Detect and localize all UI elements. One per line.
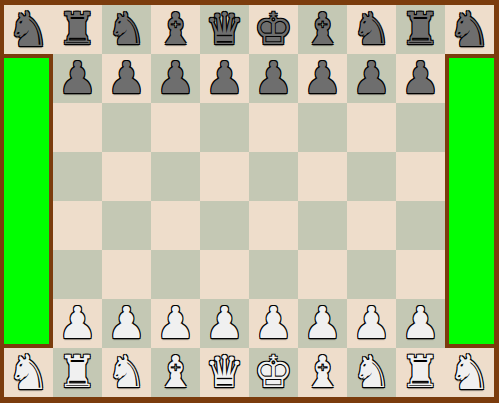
corner-square-top-left: ♞ bbox=[4, 5, 53, 54]
square-d7[interactable]: ♟ bbox=[200, 54, 249, 103]
square-e2[interactable]: ♟ bbox=[249, 299, 298, 348]
square-c8[interactable]: ♝ bbox=[151, 5, 200, 54]
square-c6[interactable] bbox=[151, 103, 200, 152]
square-e1[interactable]: ♚ bbox=[249, 348, 298, 397]
right-green-panel bbox=[445, 201, 494, 250]
square-g5[interactable] bbox=[347, 152, 396, 201]
square-f3[interactable] bbox=[298, 250, 347, 299]
black-pawn-g7[interactable]: ♟ bbox=[352, 56, 391, 100]
square-a2[interactable]: ♟ bbox=[53, 299, 102, 348]
white-knight-b1[interactable]: ♞ bbox=[107, 350, 146, 394]
white-rook-a1[interactable]: ♜ bbox=[58, 350, 97, 394]
white-bishop-c1[interactable]: ♝ bbox=[156, 350, 195, 394]
square-e8[interactable]: ♚ bbox=[249, 5, 298, 54]
square-b7[interactable]: ♟ bbox=[102, 54, 151, 103]
square-e3[interactable] bbox=[249, 250, 298, 299]
square-b4[interactable] bbox=[102, 201, 151, 250]
white-bishop-f1[interactable]: ♝ bbox=[303, 350, 342, 394]
square-a6[interactable] bbox=[53, 103, 102, 152]
square-f7[interactable]: ♟ bbox=[298, 54, 347, 103]
square-c1[interactable]: ♝ bbox=[151, 348, 200, 397]
chess-board: ♞♜♞♝♛♚♝♞♜♞♟♟♟♟♟♟♟♟♟♟♟♟♟♟♟♟♞♜♞♝♛♚♝♞♜♞ bbox=[4, 5, 494, 397]
white-pawn-b2[interactable]: ♟ bbox=[107, 301, 146, 345]
left-green-panel bbox=[4, 201, 53, 250]
square-h5[interactable] bbox=[396, 152, 445, 201]
square-a4[interactable] bbox=[53, 201, 102, 250]
white-knight-bust-icon: ♞ bbox=[448, 348, 491, 396]
square-d5[interactable] bbox=[200, 152, 249, 201]
square-g6[interactable] bbox=[347, 103, 396, 152]
square-h6[interactable] bbox=[396, 103, 445, 152]
square-f4[interactable] bbox=[298, 201, 347, 250]
left-green-panel bbox=[4, 250, 53, 299]
square-d6[interactable] bbox=[200, 103, 249, 152]
black-pawn-c7[interactable]: ♟ bbox=[156, 56, 195, 100]
square-e6[interactable] bbox=[249, 103, 298, 152]
black-pawn-h7[interactable]: ♟ bbox=[401, 56, 440, 100]
square-c3[interactable] bbox=[151, 250, 200, 299]
square-e5[interactable] bbox=[249, 152, 298, 201]
black-pawn-d7[interactable]: ♟ bbox=[205, 56, 244, 100]
square-h4[interactable] bbox=[396, 201, 445, 250]
right-green-panel bbox=[445, 54, 494, 103]
square-g7[interactable]: ♟ bbox=[347, 54, 396, 103]
black-rook-a8[interactable]: ♜ bbox=[58, 7, 97, 51]
black-pawn-b7[interactable]: ♟ bbox=[107, 56, 146, 100]
square-a1[interactable]: ♜ bbox=[53, 348, 102, 397]
black-knight-b8[interactable]: ♞ bbox=[107, 7, 146, 51]
square-b6[interactable] bbox=[102, 103, 151, 152]
square-f5[interactable] bbox=[298, 152, 347, 201]
square-a3[interactable] bbox=[53, 250, 102, 299]
square-d3[interactable] bbox=[200, 250, 249, 299]
square-f8[interactable]: ♝ bbox=[298, 5, 347, 54]
left-green-panel bbox=[4, 54, 53, 103]
square-f6[interactable] bbox=[298, 103, 347, 152]
square-g3[interactable] bbox=[347, 250, 396, 299]
square-d8[interactable]: ♛ bbox=[200, 5, 249, 54]
square-f1[interactable]: ♝ bbox=[298, 348, 347, 397]
square-a5[interactable] bbox=[53, 152, 102, 201]
left-green-panel bbox=[4, 152, 53, 201]
black-pawn-e7[interactable]: ♟ bbox=[254, 56, 293, 100]
right-green-panel bbox=[445, 103, 494, 152]
corner-square-top-right: ♞ bbox=[445, 5, 494, 54]
black-knight-bust-icon: ♞ bbox=[7, 5, 50, 53]
square-e7[interactable]: ♟ bbox=[249, 54, 298, 103]
square-b8[interactable]: ♞ bbox=[102, 5, 151, 54]
square-h2[interactable]: ♟ bbox=[396, 299, 445, 348]
white-pawn-d2[interactable]: ♟ bbox=[205, 301, 244, 345]
square-h3[interactable] bbox=[396, 250, 445, 299]
white-king-e1[interactable]: ♚ bbox=[254, 350, 293, 394]
black-bishop-c8[interactable]: ♝ bbox=[156, 7, 195, 51]
square-e4[interactable] bbox=[249, 201, 298, 250]
chess-window: ♞♜♞♝♛♚♝♞♜♞♟♟♟♟♟♟♟♟♟♟♟♟♟♟♟♟♞♜♞♝♛♚♝♞♜♞ bbox=[0, 0, 499, 403]
black-king-e8[interactable]: ♚ bbox=[254, 7, 293, 51]
square-g8[interactable]: ♞ bbox=[347, 5, 396, 54]
corner-square-bottom-right: ♞ bbox=[445, 348, 494, 397]
black-knight-bust-icon: ♞ bbox=[448, 5, 491, 53]
square-f2[interactable]: ♟ bbox=[298, 299, 347, 348]
white-queen-d1[interactable]: ♛ bbox=[205, 350, 244, 394]
square-g4[interactable] bbox=[347, 201, 396, 250]
corner-square-bottom-left: ♞ bbox=[4, 348, 53, 397]
right-green-panel bbox=[445, 152, 494, 201]
square-c2[interactable]: ♟ bbox=[151, 299, 200, 348]
left-green-panel bbox=[4, 103, 53, 152]
black-knight-g8[interactable]: ♞ bbox=[352, 7, 391, 51]
square-a8[interactable]: ♜ bbox=[53, 5, 102, 54]
square-g2[interactable]: ♟ bbox=[347, 299, 396, 348]
square-d4[interactable] bbox=[200, 201, 249, 250]
square-c7[interactable]: ♟ bbox=[151, 54, 200, 103]
square-b3[interactable] bbox=[102, 250, 151, 299]
black-queen-d8[interactable]: ♛ bbox=[205, 7, 244, 51]
white-knight-bust-icon: ♞ bbox=[7, 348, 50, 396]
square-d2[interactable]: ♟ bbox=[200, 299, 249, 348]
square-d1[interactable]: ♛ bbox=[200, 348, 249, 397]
white-pawn-a2[interactable]: ♟ bbox=[58, 301, 97, 345]
white-pawn-c2[interactable]: ♟ bbox=[156, 301, 195, 345]
square-h7[interactable]: ♟ bbox=[396, 54, 445, 103]
square-h8[interactable]: ♜ bbox=[396, 5, 445, 54]
right-green-panel bbox=[445, 250, 494, 299]
white-knight-g1[interactable]: ♞ bbox=[352, 350, 391, 394]
white-pawn-h2[interactable]: ♟ bbox=[401, 301, 440, 345]
square-b1[interactable]: ♞ bbox=[102, 348, 151, 397]
square-h1[interactable]: ♜ bbox=[396, 348, 445, 397]
square-g1[interactable]: ♞ bbox=[347, 348, 396, 397]
white-pawn-g2[interactable]: ♟ bbox=[352, 301, 391, 345]
right-green-panel bbox=[445, 299, 494, 348]
black-bishop-f8[interactable]: ♝ bbox=[303, 7, 342, 51]
square-c4[interactable] bbox=[151, 201, 200, 250]
white-rook-h1[interactable]: ♜ bbox=[401, 350, 440, 394]
white-pawn-e2[interactable]: ♟ bbox=[254, 301, 293, 345]
white-pawn-f2[interactable]: ♟ bbox=[303, 301, 342, 345]
black-pawn-f7[interactable]: ♟ bbox=[303, 56, 342, 100]
square-b5[interactable] bbox=[102, 152, 151, 201]
square-b2[interactable]: ♟ bbox=[102, 299, 151, 348]
square-c5[interactable] bbox=[151, 152, 200, 201]
black-rook-h8[interactable]: ♜ bbox=[401, 7, 440, 51]
black-pawn-a7[interactable]: ♟ bbox=[58, 56, 97, 100]
left-green-panel bbox=[4, 299, 53, 348]
square-a7[interactable]: ♟ bbox=[53, 54, 102, 103]
